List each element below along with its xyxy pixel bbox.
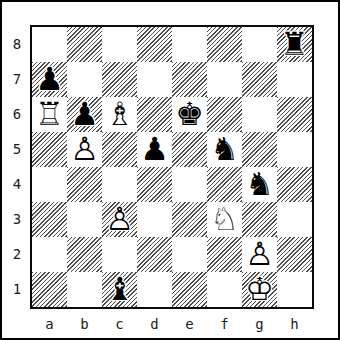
square-b1 (67, 272, 102, 307)
square-g4: ♞♞ (242, 167, 277, 202)
square-b6: ♟♟ (67, 97, 102, 132)
file-label-c: c (102, 311, 137, 337)
square-g8 (242, 27, 277, 62)
black-rook-h8: ♜♜ (277, 27, 312, 62)
square-c8 (102, 27, 137, 62)
square-f8 (207, 27, 242, 62)
rank-label-6: 6 (7, 97, 27, 132)
square-h4 (277, 167, 312, 202)
square-a3 (32, 202, 67, 237)
square-b5: ♟♙ (67, 132, 102, 167)
square-e7 (172, 62, 207, 97)
square-g6 (242, 97, 277, 132)
white-pawn-b5: ♟♙ (67, 132, 102, 167)
file-label-a: a (32, 311, 67, 337)
square-f1 (207, 272, 242, 307)
square-d6 (137, 97, 172, 132)
piece-glyph: ♗ (102, 97, 137, 132)
rank-label-1: 1 (7, 272, 27, 307)
black-pawn-b6: ♟♟ (67, 97, 102, 132)
file-label-h: h (277, 311, 312, 337)
square-a7: ♟♟ (32, 62, 67, 97)
rank-label-8: 8 (7, 27, 27, 62)
square-g7 (242, 62, 277, 97)
black-knight-g4: ♞♞ (242, 167, 277, 202)
square-h5 (277, 132, 312, 167)
square-e5 (172, 132, 207, 167)
rank-labels: 87654321 (7, 27, 27, 307)
piece-glyph: ♙ (102, 202, 137, 237)
rank-label-2: 2 (7, 237, 27, 272)
black-pawn-a7: ♟♟ (32, 62, 67, 97)
square-c2 (102, 237, 137, 272)
rank-label-5: 5 (7, 132, 27, 167)
square-h8: ♜♜ (277, 27, 312, 62)
square-e2 (172, 237, 207, 272)
white-rook-a6: ♜♖ (32, 97, 67, 132)
piece-glyph: ♟ (67, 97, 102, 132)
file-label-e: e (172, 311, 207, 337)
square-g2: ♟♙ (242, 237, 277, 272)
piece-glyph: ♞ (242, 167, 277, 202)
square-a2 (32, 237, 67, 272)
square-d2 (137, 237, 172, 272)
square-d3 (137, 202, 172, 237)
square-d8 (137, 27, 172, 62)
square-b2 (67, 237, 102, 272)
piece-glyph: ♖ (32, 97, 67, 132)
square-a8 (32, 27, 67, 62)
rank-label-7: 7 (7, 62, 27, 97)
square-f5: ♞♞ (207, 132, 242, 167)
square-c5 (102, 132, 137, 167)
square-a6: ♜♖ (32, 97, 67, 132)
square-c7 (102, 62, 137, 97)
piece-glyph: ♜ (277, 27, 312, 62)
piece-glyph: ♟ (32, 62, 67, 97)
square-c4 (102, 167, 137, 202)
square-e1 (172, 272, 207, 307)
piece-glyph: ♟ (137, 132, 172, 167)
square-h6 (277, 97, 312, 132)
chess-diagram: 87654321 ♜♜♟♟♜♖♟♟♝♗♚♚♟♙♟♟♞♞♞♞♟♙♞♘♟♙♝♝♚♔ … (0, 0, 340, 340)
square-f7 (207, 62, 242, 97)
square-c6: ♝♗ (102, 97, 137, 132)
piece-glyph: ♘ (207, 202, 242, 237)
square-b4 (67, 167, 102, 202)
square-f3: ♞♘ (207, 202, 242, 237)
white-king-g1: ♚♔ (242, 272, 277, 307)
square-e4 (172, 167, 207, 202)
piece-glyph: ♚ (172, 97, 207, 132)
square-a5 (32, 132, 67, 167)
white-pawn-c3: ♟♙ (102, 202, 137, 237)
black-pawn-d5: ♟♟ (137, 132, 172, 167)
black-king-e6: ♚♚ (172, 97, 207, 132)
piece-glyph: ♙ (242, 237, 277, 272)
square-b7 (67, 62, 102, 97)
square-f6 (207, 97, 242, 132)
square-d5: ♟♟ (137, 132, 172, 167)
square-g3 (242, 202, 277, 237)
file-label-g: g (242, 311, 277, 337)
square-f2 (207, 237, 242, 272)
black-bishop-c1: ♝♝ (102, 272, 137, 307)
piece-glyph: ♞ (207, 132, 242, 167)
square-d1 (137, 272, 172, 307)
file-labels: abcdefgh (32, 311, 312, 337)
square-h7 (277, 62, 312, 97)
square-h2 (277, 237, 312, 272)
white-knight-f3: ♞♘ (207, 202, 242, 237)
square-e3 (172, 202, 207, 237)
square-c3: ♟♙ (102, 202, 137, 237)
white-pawn-g2: ♟♙ (242, 237, 277, 272)
piece-glyph: ♔ (242, 272, 277, 307)
piece-glyph: ♝ (102, 272, 137, 307)
square-a1 (32, 272, 67, 307)
square-f4 (207, 167, 242, 202)
square-h1 (277, 272, 312, 307)
square-g5 (242, 132, 277, 167)
square-e6: ♚♚ (172, 97, 207, 132)
file-label-d: d (137, 311, 172, 337)
square-c1: ♝♝ (102, 272, 137, 307)
white-bishop-c6: ♝♗ (102, 97, 137, 132)
square-e8 (172, 27, 207, 62)
square-d4 (137, 167, 172, 202)
file-label-f: f (207, 311, 242, 337)
piece-glyph: ♙ (67, 132, 102, 167)
black-knight-f5: ♞♞ (207, 132, 242, 167)
square-b3 (67, 202, 102, 237)
square-h3 (277, 202, 312, 237)
rank-label-3: 3 (7, 202, 27, 237)
square-a4 (32, 167, 67, 202)
square-d7 (137, 62, 172, 97)
file-label-b: b (67, 311, 102, 337)
square-b8 (67, 27, 102, 62)
square-g1: ♚♔ (242, 272, 277, 307)
chess-board: ♜♜♟♟♜♖♟♟♝♗♚♚♟♙♟♟♞♞♞♞♟♙♞♘♟♙♝♝♚♔ (30, 25, 314, 309)
rank-label-4: 4 (7, 167, 27, 202)
